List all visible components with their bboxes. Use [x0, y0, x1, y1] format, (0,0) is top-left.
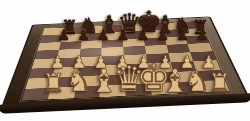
chess-photo: ♜♞♝♛♚♝♞♜♟♟♟♟♟♟♟♟♟♟♟♟♟♟♟♟♜♞♝♛♚♝♞♜: [0, 0, 250, 121]
